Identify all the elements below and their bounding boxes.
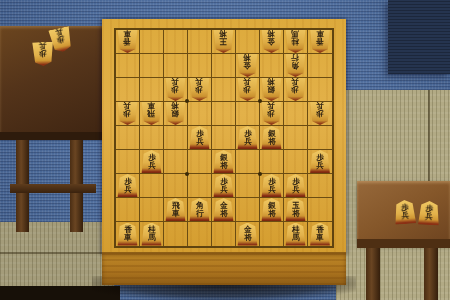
board-cell-1g[interactable] [308,174,332,198]
shogi-board-side [102,252,346,285]
board-cell-2d[interactable] [284,102,308,126]
komadai-leg [366,248,380,300]
board-cell-8i[interactable]: 桂馬 [140,222,164,246]
board-cell-4f[interactable] [236,150,260,174]
piece-G-sente[interactable]: 金将 [237,223,258,246]
piece-B-sente[interactable]: 角行 [189,198,210,221]
board-cell-2g[interactable]: 歩兵 [284,174,308,198]
board-cell-5g[interactable]: 歩兵 [212,174,236,198]
piece-N-sente[interactable]: 桂馬 [285,223,306,246]
board-cell-6c[interactable]: 歩兵 [188,78,212,102]
piece-G-sente[interactable]: 金将 [213,198,234,221]
board-cell-4d[interactable] [236,102,260,126]
board-cell-9f[interactable] [116,150,140,174]
board-cell-9d[interactable]: 歩兵 [116,102,140,126]
piece-N-sente[interactable]: 桂馬 [141,223,162,246]
piece-L-sente[interactable]: 香車 [310,223,331,246]
board-cell-6d[interactable] [188,102,212,126]
board-cell-7d[interactable]: 銀将 [164,102,188,126]
board-cell-5e[interactable] [212,126,236,150]
board-cell-6a[interactable] [188,30,212,54]
board-cell-2i[interactable]: 桂馬 [284,222,308,246]
board-cell-4b[interactable]: 金将 [236,54,260,78]
board-cell-7i[interactable] [164,222,188,246]
piece-L-gote[interactable]: 香車 [117,30,138,53]
piece-R-sente[interactable]: 飛車 [165,198,186,221]
board-cell-1d[interactable]: 歩兵 [308,102,332,126]
board-cell-3g[interactable]: 歩兵 [260,174,284,198]
piece-N-gote[interactable]: 桂馬 [285,30,306,53]
board-cell-6b[interactable] [188,54,212,78]
piece-P-sente[interactable]: 歩兵 [141,150,162,173]
piece-S-gote[interactable]: 銀将 [165,102,186,125]
board-cell-8c[interactable] [140,78,164,102]
piece-K-sente[interactable]: 玉将 [285,198,306,221]
piece-P-sente[interactable]: 歩兵 [189,126,210,149]
board-cell-1a[interactable]: 香車 [308,30,332,54]
board-cell-6g[interactable] [188,174,212,198]
board-cell-9h[interactable] [116,198,140,222]
piece-P-sente[interactable]: 歩兵 [117,174,138,197]
board-cell-1i[interactable]: 香車 [308,222,332,246]
board-cell-5d[interactable] [212,102,236,126]
board-cell-1c[interactable] [308,78,332,102]
board-cell-7h[interactable]: 飛車 [164,198,188,222]
board-cell-1f[interactable]: 歩兵 [308,150,332,174]
board-cell-4h[interactable] [236,198,260,222]
board-cell-7f[interactable] [164,150,188,174]
board-cell-4c[interactable]: 歩兵 [236,78,260,102]
komadai-rail [10,184,96,193]
board-cell-3f[interactable] [260,150,284,174]
board-cell-7c[interactable]: 歩兵 [164,78,188,102]
piece-P-gote[interactable]: 歩兵 [117,102,138,125]
board-cell-7g[interactable] [164,174,188,198]
piece-P-sente[interactable]: 歩兵 [261,174,282,197]
piece-P-gote[interactable]: 歩兵 [189,78,210,101]
board-cell-8e[interactable] [140,126,164,150]
piece-S-gote[interactable]: 銀将 [261,78,282,101]
board-cell-3c[interactable]: 銀将 [260,78,284,102]
board-cell-9a[interactable]: 香車 [116,30,140,54]
board-cell-7a[interactable] [164,30,188,54]
board-cell-1b[interactable] [308,54,332,78]
board-cell-6h[interactable]: 角行 [188,198,212,222]
navy-fabric-patch [388,0,450,74]
board-cell-4g[interactable] [236,174,260,198]
board-cell-8h[interactable] [140,198,164,222]
board-cell-2f[interactable] [284,150,308,174]
board-cell-2c[interactable]: 歩兵 [284,78,308,102]
piece-P-gote[interactable]: 歩兵 [237,78,258,101]
piece-P-gote[interactable]: 歩兵 [310,102,331,125]
board-cell-3a[interactable]: 金将 [260,30,284,54]
board-cell-5a[interactable]: 王将 [212,30,236,54]
piece-P-sente[interactable]: 歩兵 [285,174,306,197]
board-grid: 香車王将金将桂馬香車金将角行歩兵歩兵歩兵銀将歩兵歩兵飛車銀将歩兵歩兵歩兵歩兵銀将… [114,28,334,248]
board-cell-3i[interactable] [260,222,284,246]
board-cell-5b[interactable] [212,54,236,78]
board-cell-6i[interactable] [188,222,212,246]
hoshi-dot [185,99,189,103]
piece-L-gote[interactable]: 香車 [310,30,331,53]
board-cell-3b[interactable] [260,54,284,78]
board-cell-8d[interactable]: 飛車 [140,102,164,126]
piece-R-gote[interactable]: 飛車 [141,102,162,125]
board-cell-7b[interactable] [164,54,188,78]
board-cell-2a[interactable]: 桂馬 [284,30,308,54]
board-cell-8f[interactable]: 歩兵 [140,150,164,174]
piece-K-gote[interactable]: 王将 [213,30,234,53]
board-cell-9b[interactable] [116,54,140,78]
board-cell-8a[interactable] [140,30,164,54]
tatami-seam [0,252,114,254]
piece-P-gote[interactable]: 歩兵 [261,102,282,125]
board-cell-5i[interactable] [212,222,236,246]
komadai-leg [424,248,438,300]
board-cell-9e[interactable] [116,126,140,150]
piece-B-gote[interactable]: 角行 [285,54,306,77]
board-cell-8b[interactable] [140,54,164,78]
piece-S-sente[interactable]: 銀将 [261,198,282,221]
shogi-scene: 歩兵歩兵 歩兵歩兵 香車王将金将桂馬香車金将角行歩兵歩兵歩兵銀将歩兵歩兵飛車銀将… [0,0,450,300]
board-cell-2e[interactable] [284,126,308,150]
board-cell-3e[interactable]: 銀将 [260,126,284,150]
board-cell-1e[interactable] [308,126,332,150]
piece-P-gote[interactable]: 歩兵 [165,78,186,101]
piece-G-gote[interactable]: 金将 [261,30,282,53]
piece-S-sente[interactable]: 銀将 [261,126,282,149]
hoshi-dot [185,172,189,176]
piece-L-sente[interactable]: 香車 [117,223,138,246]
board-cell-5c[interactable] [212,78,236,102]
hoshi-dot [258,172,262,176]
board-cell-6e[interactable]: 歩兵 [188,126,212,150]
board-cell-3h[interactable]: 銀将 [260,198,284,222]
board-cell-8g[interactable] [140,174,164,198]
board-cell-6f[interactable] [188,150,212,174]
sente-komadai-edge [357,239,450,248]
piece-P-sente[interactable]: 歩兵 [237,126,258,149]
piece-S-sente[interactable]: 銀将 [213,150,234,173]
board-cell-3d[interactable]: 歩兵 [260,102,284,126]
board-cell-4a[interactable] [236,30,260,54]
board-cell-1h[interactable] [308,198,332,222]
board-cell-2b[interactable]: 角行 [284,54,308,78]
board-cell-4e[interactable]: 歩兵 [236,126,260,150]
piece-G-gote[interactable]: 金将 [237,54,258,77]
board-cell-9c[interactable] [116,78,140,102]
board-cell-2h[interactable]: 玉将 [284,198,308,222]
board-cell-4i[interactable]: 金将 [236,222,260,246]
board-cell-9i[interactable]: 香車 [116,222,140,246]
board-cell-9g[interactable]: 歩兵 [116,174,140,198]
piece-P-sente[interactable]: 歩兵 [310,150,331,173]
hoshi-dot [258,99,262,103]
piece-P-gote[interactable]: 歩兵 [285,78,306,101]
board-cell-7e[interactable] [164,126,188,150]
gote-komadai-edge [0,132,107,140]
piece-P-sente[interactable]: 歩兵 [213,174,234,197]
board-cell-5f[interactable]: 銀将 [212,150,236,174]
board-cell-5h[interactable]: 金将 [212,198,236,222]
